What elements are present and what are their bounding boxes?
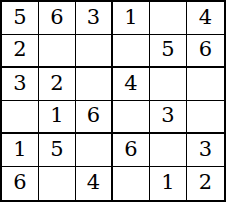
cell-r2c3[interactable] [76,35,113,68]
cell-r4c4[interactable] [113,101,150,134]
cell-r2c1[interactable]: 2 [2,35,39,68]
cell-r6c5[interactable]: 1 [150,167,187,200]
cell-r6c4[interactable] [113,167,150,200]
given-digit: 3 [199,139,212,160]
cell-r4c3[interactable]: 6 [76,101,113,134]
cell-r5c4[interactable]: 6 [113,134,150,167]
cell-r1c2[interactable]: 6 [39,2,76,35]
cell-r2c4[interactable] [113,35,150,68]
given-digit: 3 [161,105,174,126]
given-digit: 1 [50,105,63,126]
given-digit: 6 [13,172,26,193]
cell-r1c3[interactable]: 3 [76,2,113,35]
given-digit: 1 [161,172,174,193]
cell-r1c1[interactable]: 5 [2,2,39,35]
given-digit: 4 [124,73,137,94]
cell-r3c3[interactable] [76,68,113,101]
given-digit: 6 [87,105,100,126]
cell-r6c2[interactable] [39,167,76,200]
cell-r5c6[interactable]: 3 [187,134,224,167]
cell-r2c2[interactable] [39,35,76,68]
cell-r6c6[interactable]: 2 [187,167,224,200]
cell-r5c5[interactable] [150,134,187,167]
cell-r1c5[interactable] [150,2,187,35]
given-digit: 6 [124,139,137,160]
cell-r4c2[interactable]: 1 [39,101,76,134]
given-digit: 3 [87,7,100,28]
cell-r5c1[interactable]: 1 [2,134,39,167]
given-digit: 6 [50,7,63,28]
cell-r4c1[interactable] [2,101,39,134]
cell-r1c4[interactable]: 1 [113,2,150,35]
cell-r3c5[interactable] [150,68,187,101]
given-digit: 1 [13,139,26,160]
cell-r3c1[interactable]: 3 [2,68,39,101]
cell-r2c5[interactable]: 5 [150,35,187,68]
cell-r3c6[interactable] [187,68,224,101]
sudoku-puzzle: 5631425632416315636412 [0,0,226,202]
cell-r3c2[interactable]: 2 [39,68,76,101]
given-digit: 3 [13,73,26,94]
cell-r5c2[interactable]: 5 [39,134,76,167]
given-digit: 5 [161,39,174,60]
cell-r4c5[interactable]: 3 [150,101,187,134]
given-digit: 2 [13,39,26,60]
sudoku-board: 5631425632416315636412 [0,0,226,202]
given-digit: 5 [50,139,63,160]
given-digit: 1 [124,7,137,28]
cell-r2c6[interactable]: 6 [187,35,224,68]
given-digit: 5 [13,7,26,28]
cell-r4c6[interactable] [187,101,224,134]
cell-r1c6[interactable]: 4 [187,2,224,35]
given-digit: 4 [199,7,212,28]
cell-r5c3[interactable] [76,134,113,167]
cell-r6c3[interactable]: 4 [76,167,113,200]
cell-r6c1[interactable]: 6 [2,167,39,200]
cell-r3c4[interactable]: 4 [113,68,150,101]
given-digit: 2 [50,73,63,94]
given-digit: 6 [199,39,212,60]
given-digit: 2 [199,172,212,193]
given-digit: 4 [87,172,100,193]
